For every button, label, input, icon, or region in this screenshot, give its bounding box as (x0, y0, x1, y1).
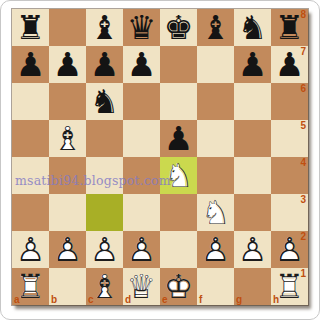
square-a8[interactable]: ♜ (12, 9, 49, 46)
square-f3[interactable]: ♞♘ (197, 194, 234, 231)
square-c6[interactable]: ♞ (86, 83, 123, 120)
square-d8[interactable]: ♛ (123, 9, 160, 46)
rank-label-6: 6 (300, 84, 306, 94)
square-e7[interactable] (160, 46, 197, 83)
square-a3[interactable] (12, 194, 49, 231)
square-c7[interactable]: ♟ (86, 46, 123, 83)
square-d4[interactable] (123, 157, 160, 194)
file-label-g: g (236, 295, 242, 305)
rank-label-3: 3 (300, 195, 306, 205)
square-e6[interactable] (160, 83, 197, 120)
square-a1[interactable]: ♜♖a (12, 268, 49, 305)
square-d3[interactable] (123, 194, 160, 231)
white-pawn: ♟♙ (123, 231, 160, 268)
square-h2[interactable]: ♟♙2 (271, 231, 308, 268)
rank-label-5: 5 (300, 121, 306, 131)
square-b8[interactable] (49, 9, 86, 46)
black-knight: ♞ (86, 83, 123, 120)
square-g4[interactable] (234, 157, 271, 194)
white-pawn: ♟♙ (49, 231, 86, 268)
square-h8[interactable]: ♜8 (271, 9, 308, 46)
square-c2[interactable]: ♟♙ (86, 231, 123, 268)
square-b5[interactable]: ♝♗ (49, 120, 86, 157)
white-pawn: ♟♙ (12, 231, 49, 268)
square-a4[interactable] (12, 157, 49, 194)
square-b6[interactable] (49, 83, 86, 120)
square-h3[interactable]: 3 (271, 194, 308, 231)
file-label-d: d (125, 295, 131, 305)
rank-label-2: 2 (300, 232, 306, 242)
square-g1[interactable]: g (234, 268, 271, 305)
black-pawn: ♟ (12, 46, 49, 83)
square-c3[interactable] (86, 194, 123, 231)
square-f6[interactable] (197, 83, 234, 120)
square-g2[interactable]: ♟♙ (234, 231, 271, 268)
square-b2[interactable]: ♟♙ (49, 231, 86, 268)
black-pawn: ♟ (123, 46, 160, 83)
chess-board: msatibi94.blogspot.com ♜♝♛♚♝♞♜8♟♟♟♟♟♟7♞6… (12, 9, 308, 305)
black-knight: ♞ (234, 9, 271, 46)
square-e1[interactable]: ♚♔e (160, 268, 197, 305)
square-f2[interactable]: ♟♙ (197, 231, 234, 268)
square-c4[interactable] (86, 157, 123, 194)
square-c8[interactable]: ♝ (86, 9, 123, 46)
square-e8[interactable]: ♚ (160, 9, 197, 46)
file-label-c: c (88, 295, 94, 305)
square-d2[interactable]: ♟♙ (123, 231, 160, 268)
black-king: ♚ (160, 9, 197, 46)
square-a7[interactable]: ♟ (12, 46, 49, 83)
white-pawn: ♟♙ (234, 231, 271, 268)
rank-label-7: 7 (300, 47, 306, 57)
square-e2[interactable] (160, 231, 197, 268)
square-a5[interactable] (12, 120, 49, 157)
white-knight: ♞♘ (197, 194, 234, 231)
square-d7[interactable]: ♟ (123, 46, 160, 83)
square-e3[interactable] (160, 194, 197, 231)
black-rook: ♜ (12, 9, 49, 46)
black-queen: ♛ (123, 9, 160, 46)
black-pawn: ♟ (49, 46, 86, 83)
rank-label-1: 1 (300, 269, 306, 279)
square-g8[interactable]: ♞ (234, 9, 271, 46)
square-e4[interactable]: ♞♘ (160, 157, 197, 194)
black-pawn: ♟ (234, 46, 271, 83)
square-b4[interactable] (49, 157, 86, 194)
square-f5[interactable] (197, 120, 234, 157)
file-label-f: f (199, 295, 202, 305)
square-f8[interactable]: ♝ (197, 9, 234, 46)
black-bishop: ♝ (86, 9, 123, 46)
file-label-b: b (51, 295, 57, 305)
white-bishop: ♝♗ (49, 120, 86, 157)
square-h1[interactable]: ♜♖1h (271, 268, 308, 305)
square-h5[interactable]: 5 (271, 120, 308, 157)
square-c1[interactable]: ♝♗c (86, 268, 123, 305)
square-h7[interactable]: ♟7 (271, 46, 308, 83)
square-c5[interactable] (86, 120, 123, 157)
square-g5[interactable] (234, 120, 271, 157)
square-h6[interactable]: 6 (271, 83, 308, 120)
square-b1[interactable]: b (49, 268, 86, 305)
square-e5[interactable]: ♟ (160, 120, 197, 157)
white-pawn: ♟♙ (197, 231, 234, 268)
square-f1[interactable]: f (197, 268, 234, 305)
square-g7[interactable]: ♟ (234, 46, 271, 83)
black-bishop: ♝ (197, 9, 234, 46)
white-pawn: ♟♙ (86, 231, 123, 268)
square-b3[interactable] (49, 194, 86, 231)
black-pawn: ♟ (160, 120, 197, 157)
square-g3[interactable] (234, 194, 271, 231)
square-d5[interactable] (123, 120, 160, 157)
square-a6[interactable] (12, 83, 49, 120)
square-d6[interactable] (123, 83, 160, 120)
file-label-a: a (14, 295, 20, 305)
rank-label-4: 4 (300, 158, 306, 168)
square-a2[interactable]: ♟♙ (12, 231, 49, 268)
square-g6[interactable] (234, 83, 271, 120)
white-knight: ♞♘ (160, 157, 197, 194)
file-label-e: e (162, 295, 168, 305)
square-d1[interactable]: ♛♕d (123, 268, 160, 305)
square-f7[interactable] (197, 46, 234, 83)
black-pawn: ♟ (86, 46, 123, 83)
square-f4[interactable] (197, 157, 234, 194)
square-h4[interactable]: 4 (271, 157, 308, 194)
rank-label-8: 8 (300, 10, 306, 20)
file-label-h: h (273, 295, 279, 305)
square-b7[interactable]: ♟ (49, 46, 86, 83)
page-frame: msatibi94.blogspot.com ♜♝♛♚♝♞♜8♟♟♟♟♟♟7♞6… (0, 0, 320, 320)
